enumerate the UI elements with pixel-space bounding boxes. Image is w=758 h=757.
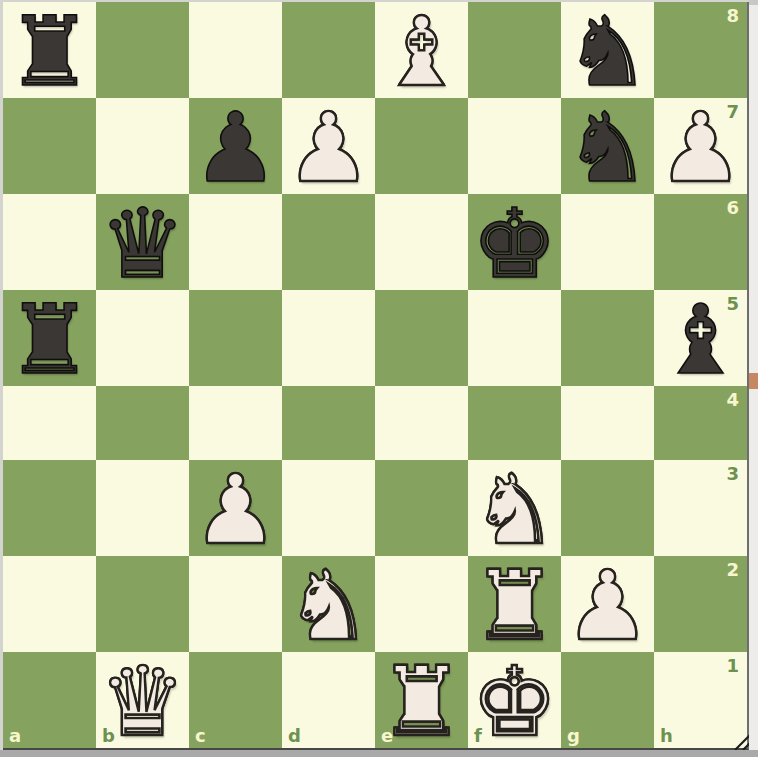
black-pawn-c7[interactable]: ♟ bbox=[192, 100, 278, 196]
square-g4[interactable] bbox=[561, 386, 654, 460]
black-bishop-h5[interactable]: ♝ bbox=[657, 292, 743, 388]
bottom-edge-strip bbox=[0, 750, 758, 757]
square-b8[interactable] bbox=[96, 2, 189, 98]
white-rook-e1[interactable]: ♜ bbox=[378, 654, 464, 750]
square-a1[interactable]: a bbox=[3, 652, 96, 748]
white-pawn-h7[interactable]: ♟ bbox=[657, 100, 743, 196]
rank-label-3: 3 bbox=[726, 465, 739, 483]
square-d7[interactable]: ♟ bbox=[282, 98, 375, 194]
square-h5[interactable]: 5♝ bbox=[654, 290, 747, 386]
white-pawn-g2[interactable]: ♟ bbox=[564, 558, 650, 654]
square-f3[interactable]: ♞ bbox=[468, 460, 561, 556]
square-f7[interactable] bbox=[468, 98, 561, 194]
square-e8[interactable]: ♝ bbox=[375, 2, 468, 98]
white-pawn-d7[interactable]: ♟ bbox=[285, 100, 371, 196]
square-f5[interactable] bbox=[468, 290, 561, 386]
square-e5[interactable] bbox=[375, 290, 468, 386]
square-c5[interactable] bbox=[189, 290, 282, 386]
square-e7[interactable] bbox=[375, 98, 468, 194]
white-pawn-c3[interactable]: ♟ bbox=[192, 462, 278, 558]
square-d8[interactable] bbox=[282, 2, 375, 98]
square-h8[interactable]: 8 bbox=[654, 2, 747, 98]
square-c1[interactable]: c bbox=[189, 652, 282, 748]
square-e4[interactable] bbox=[375, 386, 468, 460]
rank-label-2: 2 bbox=[726, 561, 739, 579]
white-queen-b1[interactable]: ♛ bbox=[99, 654, 185, 750]
square-a7[interactable] bbox=[3, 98, 96, 194]
white-knight-d2[interactable]: ♞ bbox=[285, 558, 371, 654]
square-e3[interactable] bbox=[375, 460, 468, 556]
square-h7[interactable]: 7♟ bbox=[654, 98, 747, 194]
square-f2[interactable]: ♜ bbox=[468, 556, 561, 652]
white-knight-f3[interactable]: ♞ bbox=[471, 462, 557, 558]
square-b7[interactable] bbox=[96, 98, 189, 194]
square-b5[interactable] bbox=[96, 290, 189, 386]
square-d6[interactable] bbox=[282, 194, 375, 290]
square-c3[interactable]: ♟ bbox=[189, 460, 282, 556]
square-d3[interactable] bbox=[282, 460, 375, 556]
file-label-a: a bbox=[9, 727, 21, 745]
black-queen-b6[interactable]: ♛ bbox=[99, 196, 185, 292]
file-label-h: h bbox=[660, 727, 673, 745]
square-e1[interactable]: e♜ bbox=[375, 652, 468, 748]
black-knight-g8[interactable]: ♞ bbox=[564, 4, 650, 100]
square-c8[interactable] bbox=[189, 2, 282, 98]
square-d4[interactable] bbox=[282, 386, 375, 460]
rank-label-8: 8 bbox=[726, 7, 739, 25]
square-f4[interactable] bbox=[468, 386, 561, 460]
square-e2[interactable] bbox=[375, 556, 468, 652]
square-c2[interactable] bbox=[189, 556, 282, 652]
square-c7[interactable]: ♟ bbox=[189, 98, 282, 194]
square-f1[interactable]: f♚ bbox=[468, 652, 561, 748]
square-a6[interactable] bbox=[3, 194, 96, 290]
square-h4[interactable]: 4 bbox=[654, 386, 747, 460]
square-g7[interactable]: ♞ bbox=[561, 98, 654, 194]
square-d2[interactable]: ♞ bbox=[282, 556, 375, 652]
square-e6[interactable] bbox=[375, 194, 468, 290]
scrollbar-top-cap bbox=[749, 0, 758, 5]
white-rook-f2[interactable]: ♜ bbox=[471, 558, 557, 654]
rank-label-6: 6 bbox=[726, 199, 739, 217]
scrollbar-position-marker[interactable] bbox=[749, 373, 758, 389]
square-g1[interactable]: g bbox=[561, 652, 654, 748]
square-h3[interactable]: 3 bbox=[654, 460, 747, 556]
file-label-c: c bbox=[195, 727, 206, 745]
square-a3[interactable] bbox=[3, 460, 96, 556]
square-d5[interactable] bbox=[282, 290, 375, 386]
square-b3[interactable] bbox=[96, 460, 189, 556]
file-label-d: d bbox=[288, 727, 301, 745]
square-c4[interactable] bbox=[189, 386, 282, 460]
black-rook-a5[interactable]: ♜ bbox=[6, 292, 92, 388]
square-h2[interactable]: 2 bbox=[654, 556, 747, 652]
square-f6[interactable]: ♚ bbox=[468, 194, 561, 290]
square-d1[interactable]: d bbox=[282, 652, 375, 748]
square-h6[interactable]: 6 bbox=[654, 194, 747, 290]
white-bishop-e8[interactable]: ♝ bbox=[378, 4, 464, 100]
file-label-g: g bbox=[567, 727, 580, 745]
square-a4[interactable] bbox=[3, 386, 96, 460]
square-a8[interactable]: ♜ bbox=[3, 2, 96, 98]
square-g6[interactable] bbox=[561, 194, 654, 290]
square-b4[interactable] bbox=[96, 386, 189, 460]
chess-board[interactable]: ♜♝♞8♟♟♞7♟♛♚6♜5♝4♟♞3♞♜♟2ab♛cde♜f♚g1h bbox=[3, 2, 749, 750]
square-a5[interactable]: ♜ bbox=[3, 290, 96, 386]
rank-label-1: 1 bbox=[726, 657, 739, 675]
square-b6[interactable]: ♛ bbox=[96, 194, 189, 290]
square-g2[interactable]: ♟ bbox=[561, 556, 654, 652]
white-king-f1[interactable]: ♚ bbox=[471, 654, 557, 750]
square-c6[interactable] bbox=[189, 194, 282, 290]
square-f8[interactable] bbox=[468, 2, 561, 98]
black-knight-g7[interactable]: ♞ bbox=[564, 100, 650, 196]
square-a2[interactable] bbox=[3, 556, 96, 652]
square-g5[interactable] bbox=[561, 290, 654, 386]
scrollbar-track[interactable] bbox=[749, 0, 758, 750]
square-g3[interactable] bbox=[561, 460, 654, 556]
rank-label-4: 4 bbox=[726, 391, 739, 409]
black-king-f6[interactable]: ♚ bbox=[471, 196, 557, 292]
black-rook-a8[interactable]: ♜ bbox=[6, 4, 92, 100]
square-b2[interactable] bbox=[96, 556, 189, 652]
square-b1[interactable]: b♛ bbox=[96, 652, 189, 748]
square-g8[interactable]: ♞ bbox=[561, 2, 654, 98]
